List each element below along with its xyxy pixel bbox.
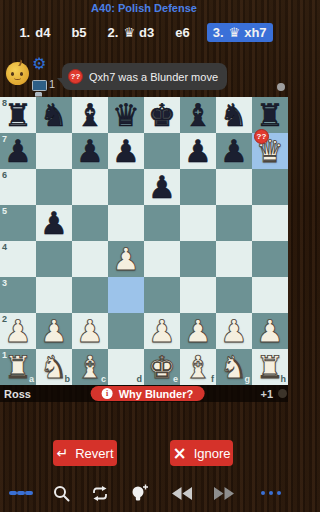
file-label-g: g xyxy=(245,375,251,384)
opening-title: A40: Polish Defense xyxy=(0,2,288,14)
square-h8[interactable]: ♜ xyxy=(252,97,288,133)
square-b5[interactable]: ♟ xyxy=(36,205,72,241)
square-d2[interactable] xyxy=(108,313,144,349)
bottom-toolbar xyxy=(0,480,288,506)
file-label-h: h xyxy=(281,375,287,384)
square-c6[interactable] xyxy=(72,169,108,205)
black-bishop[interactable]: ♝ xyxy=(180,97,216,133)
status-row: ⚙ 1 ?? Qxh7 was a Blunder move xyxy=(0,55,288,97)
white-pawn[interactable]: ♟ xyxy=(216,313,252,349)
square-b1[interactable]: b♞ xyxy=(36,349,72,385)
ignore-label: Ignore xyxy=(194,446,231,461)
white-pawn[interactable]: ♟ xyxy=(252,313,288,349)
file-label-e: e xyxy=(173,375,178,384)
square-e6[interactable]: ♟ xyxy=(144,169,180,205)
white-pawn[interactable]: ♟ xyxy=(72,313,108,349)
white-pawn[interactable]: ♟ xyxy=(180,313,216,349)
move-item-e6[interactable]: e6 xyxy=(171,23,193,42)
file-label-a: a xyxy=(29,375,34,384)
square-h7[interactable]: ♛?? xyxy=(252,133,288,169)
square-g2[interactable]: ♟ xyxy=(216,313,252,349)
square-b2[interactable]: ♟ xyxy=(36,313,72,349)
square-g5[interactable] xyxy=(216,205,252,241)
square-d8[interactable]: ♛ xyxy=(108,97,144,133)
player-avatar-baby-icon[interactable] xyxy=(6,62,29,85)
why-blunder-button[interactable]: i Why Blunder? xyxy=(91,386,205,401)
player-name: Ross xyxy=(4,388,31,400)
drag-handle-dot-bottom[interactable] xyxy=(278,389,287,398)
black-knight[interactable]: ♞ xyxy=(216,97,252,133)
search-icon[interactable] xyxy=(50,480,72,506)
black-pawn[interactable]: ♟ xyxy=(72,133,108,169)
white-pawn[interactable]: ♟ xyxy=(108,241,144,277)
square-g8[interactable]: ♞ xyxy=(216,97,252,133)
blunder-tooltip[interactable]: ?? Qxh7 was a Blunder move xyxy=(62,63,227,90)
rank-label-6: 6 xyxy=(2,171,7,180)
square-e2[interactable]: ♟ xyxy=(144,313,180,349)
square-d4[interactable]: ♟ xyxy=(108,241,144,277)
square-b7[interactable] xyxy=(36,133,72,169)
evaluation-score: +1 xyxy=(260,388,273,400)
black-pawn[interactable]: ♟ xyxy=(108,133,144,169)
square-f3[interactable] xyxy=(180,277,216,313)
engine-computer-icon[interactable] xyxy=(32,80,47,91)
file-label-b: b xyxy=(65,375,71,384)
black-knight[interactable]: ♞ xyxy=(36,97,72,133)
move-item-Qxh7[interactable]: 3.♛xh7 xyxy=(207,23,273,42)
rank-label-8: 8 xyxy=(2,99,7,108)
rewind-icon[interactable] xyxy=(170,480,194,506)
square-f8[interactable]: ♝ xyxy=(180,97,216,133)
square-b6[interactable] xyxy=(36,169,72,205)
file-label-c: c xyxy=(101,375,106,384)
ignore-x-icon: × xyxy=(172,446,186,461)
chess-app-screen: { "game": "chess", "position": "rnbqkbnr… xyxy=(0,0,288,512)
move-item-b5[interactable]: b5 xyxy=(67,23,90,42)
square-c4[interactable] xyxy=(72,241,108,277)
square-c2[interactable]: ♟ xyxy=(72,313,108,349)
square-g4[interactable] xyxy=(216,241,252,277)
square-e7[interactable] xyxy=(144,133,180,169)
black-queen[interactable]: ♛ xyxy=(108,97,144,133)
black-pawn[interactable]: ♟ xyxy=(36,205,72,241)
square-h5[interactable] xyxy=(252,205,288,241)
player-bar: Ross i Why Blunder? +1 xyxy=(0,385,288,402)
square-d6[interactable] xyxy=(108,169,144,205)
black-king[interactable]: ♚ xyxy=(144,97,180,133)
square-h4[interactable] xyxy=(252,241,288,277)
square-g3[interactable] xyxy=(216,277,252,313)
square-a1[interactable]: 1a♜ xyxy=(0,349,36,385)
square-e8[interactable]: ♚ xyxy=(144,97,180,133)
rank-label-5: 5 xyxy=(2,207,7,216)
fast-forward-icon[interactable] xyxy=(212,480,236,506)
black-pawn[interactable]: ♟ xyxy=(180,133,216,169)
repeat-icon[interactable] xyxy=(88,480,112,506)
rank-label-1: 1 xyxy=(2,351,7,360)
move-item-Qd3[interactable]: 2.♛d3 xyxy=(104,23,159,42)
square-g7[interactable]: ♟ xyxy=(216,133,252,169)
square-c8[interactable]: ♝ xyxy=(72,97,108,133)
square-b8[interactable]: ♞ xyxy=(36,97,72,133)
hint-bulb-icon[interactable] xyxy=(127,480,151,506)
revert-arrow-icon: ↵ xyxy=(56,446,68,460)
info-icon: i xyxy=(102,388,113,399)
move-item-d4[interactable]: 1.d4 xyxy=(15,23,54,42)
menu-icon[interactable] xyxy=(9,480,33,506)
square-a4[interactable]: 4 xyxy=(0,241,36,277)
square-c3[interactable] xyxy=(72,277,108,313)
drag-handle-dot[interactable] xyxy=(277,83,285,91)
rank-label-4: 4 xyxy=(2,243,7,252)
revert-label: Revert xyxy=(75,446,113,461)
square-c5[interactable] xyxy=(72,205,108,241)
white-pawn[interactable]: ♟ xyxy=(36,313,72,349)
blunder-tooltip-text: Qxh7 was a Blunder move xyxy=(89,71,218,83)
blunder-badge-icon: ?? xyxy=(68,69,83,84)
square-d3[interactable] xyxy=(108,277,144,313)
chess-board[interactable]: 8♜♞♝♛♚♝♞♜7♟♟♟♟♟♛??6♟5♟4♟32♟♟♟♟♟♟♟1a♜b♞c♝… xyxy=(0,97,288,385)
square-a3[interactable]: 3 xyxy=(0,277,36,313)
rank-label-7: 7 xyxy=(2,135,7,144)
square-h2[interactable]: ♟ xyxy=(252,313,288,349)
square-e5[interactable] xyxy=(144,205,180,241)
black-rook[interactable]: ♜ xyxy=(252,97,288,133)
square-a6[interactable]: 6 xyxy=(0,169,36,205)
file-label-d: d xyxy=(137,375,143,384)
square-e3[interactable] xyxy=(144,277,180,313)
rank-label-2: 2 xyxy=(2,315,7,324)
square-a7[interactable]: 7♟ xyxy=(0,133,36,169)
black-pawn[interactable]: ♟ xyxy=(144,169,180,205)
square-a5[interactable]: 5 xyxy=(0,205,36,241)
square-f7[interactable]: ♟ xyxy=(180,133,216,169)
square-f6[interactable] xyxy=(180,169,216,205)
square-h6[interactable] xyxy=(252,169,288,205)
square-f1[interactable]: f♝ xyxy=(180,349,216,385)
square-b4[interactable] xyxy=(36,241,72,277)
square-h3[interactable] xyxy=(252,277,288,313)
square-f2[interactable]: ♟ xyxy=(180,313,216,349)
more-options-icon[interactable] xyxy=(258,480,284,506)
blunder-badge-icon: ?? xyxy=(254,129,269,144)
square-b3[interactable] xyxy=(36,277,72,313)
square-e4[interactable] xyxy=(144,241,180,277)
square-g1[interactable]: g♞ xyxy=(216,349,252,385)
ignore-button[interactable]: × Ignore xyxy=(170,440,233,466)
black-pawn[interactable]: ♟ xyxy=(216,133,252,169)
square-c1[interactable]: c♝ xyxy=(72,349,108,385)
settings-gear-icon[interactable]: ⚙ xyxy=(32,56,46,72)
engine-level: 1 xyxy=(49,78,55,90)
square-d5[interactable] xyxy=(108,205,144,241)
rank-label-3: 3 xyxy=(2,279,7,288)
moves-row: 1.d4b52.♛d3e63.♛xh7 xyxy=(0,21,288,43)
square-e1[interactable]: e♚ xyxy=(144,349,180,385)
square-a8[interactable]: 8♜ xyxy=(0,97,36,133)
why-blunder-label: Why Blunder? xyxy=(119,388,194,400)
square-g6[interactable] xyxy=(216,169,252,205)
white-pawn[interactable]: ♟ xyxy=(144,313,180,349)
square-h1[interactable]: h♜ xyxy=(252,349,288,385)
square-f4[interactable] xyxy=(180,241,216,277)
black-bishop[interactable]: ♝ xyxy=(72,97,108,133)
square-c7[interactable]: ♟ xyxy=(72,133,108,169)
file-label-f: f xyxy=(211,375,214,384)
square-d7[interactable]: ♟ xyxy=(108,133,144,169)
square-d1[interactable]: d xyxy=(108,349,144,385)
revert-button[interactable]: ↵ Revert xyxy=(53,440,117,466)
square-a2[interactable]: 2♟ xyxy=(0,313,36,349)
square-f5[interactable] xyxy=(180,205,216,241)
